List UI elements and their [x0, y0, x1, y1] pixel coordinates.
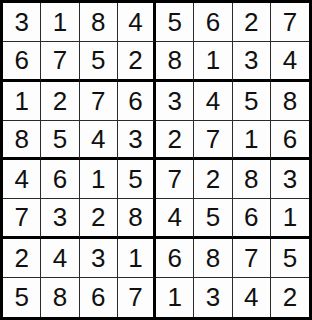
- cell-r3c1[interactable]: 1: [3, 82, 41, 121]
- cell-r5c7[interactable]: 8: [233, 160, 271, 199]
- cell-r6c1[interactable]: 7: [3, 199, 41, 238]
- cell-r5c3[interactable]: 1: [80, 160, 118, 199]
- cell-r8c8[interactable]: 2: [271, 278, 309, 317]
- cell-r7c2[interactable]: 4: [41, 239, 79, 278]
- cell-r8c6[interactable]: 3: [194, 278, 232, 317]
- cell-r1c6[interactable]: 6: [194, 3, 232, 42]
- cell-r3c7[interactable]: 5: [233, 82, 271, 121]
- cell-r7c8[interactable]: 5: [271, 239, 309, 278]
- cell-r3c6[interactable]: 4: [194, 82, 232, 121]
- cell-r7c7[interactable]: 7: [233, 239, 271, 278]
- cell-r8c1[interactable]: 5: [3, 278, 41, 317]
- cell-r4c2[interactable]: 5: [41, 121, 79, 160]
- cell-r4c3[interactable]: 4: [80, 121, 118, 160]
- cell-r3c5[interactable]: 3: [156, 82, 194, 121]
- cell-r1c2[interactable]: 1: [41, 3, 79, 42]
- cell-r2c6[interactable]: 1: [194, 42, 232, 81]
- cell-r4c4[interactable]: 3: [118, 121, 156, 160]
- cell-r3c3[interactable]: 7: [80, 82, 118, 121]
- cell-r6c7[interactable]: 6: [233, 199, 271, 238]
- cell-r4c1[interactable]: 8: [3, 121, 41, 160]
- cell-r7c1[interactable]: 2: [3, 239, 41, 278]
- cell-r5c1[interactable]: 4: [3, 160, 41, 199]
- cell-r8c4[interactable]: 7: [118, 278, 156, 317]
- cell-r7c6[interactable]: 8: [194, 239, 232, 278]
- cell-r4c5[interactable]: 2: [156, 121, 194, 160]
- cell-r1c8[interactable]: 7: [271, 3, 309, 42]
- cell-r6c3[interactable]: 2: [80, 199, 118, 238]
- cell-r4c6[interactable]: 7: [194, 121, 232, 160]
- cell-r8c3[interactable]: 6: [80, 278, 118, 317]
- cell-r2c2[interactable]: 7: [41, 42, 79, 81]
- cell-r8c2[interactable]: 8: [41, 278, 79, 317]
- cell-r5c8[interactable]: 3: [271, 160, 309, 199]
- cell-r4c7[interactable]: 1: [233, 121, 271, 160]
- cell-r4c8[interactable]: 6: [271, 121, 309, 160]
- cell-r6c6[interactable]: 5: [194, 199, 232, 238]
- cell-r1c4[interactable]: 4: [118, 3, 156, 42]
- cell-r6c2[interactable]: 3: [41, 199, 79, 238]
- cell-r5c2[interactable]: 6: [41, 160, 79, 199]
- cell-r2c4[interactable]: 2: [118, 42, 156, 81]
- cell-r2c1[interactable]: 6: [3, 42, 41, 81]
- cell-r6c5[interactable]: 4: [156, 199, 194, 238]
- cell-r8c7[interactable]: 4: [233, 278, 271, 317]
- cell-r6c8[interactable]: 1: [271, 199, 309, 238]
- cell-r2c7[interactable]: 3: [233, 42, 271, 81]
- cell-r5c6[interactable]: 2: [194, 160, 232, 199]
- cell-r1c1[interactable]: 3: [3, 3, 41, 42]
- cell-r1c7[interactable]: 2: [233, 3, 271, 42]
- cell-r3c8[interactable]: 8: [271, 82, 309, 121]
- cell-r1c5[interactable]: 5: [156, 3, 194, 42]
- cell-r7c5[interactable]: 6: [156, 239, 194, 278]
- cell-r3c4[interactable]: 6: [118, 82, 156, 121]
- cell-r1c3[interactable]: 8: [80, 3, 118, 42]
- cell-r6c4[interactable]: 8: [118, 199, 156, 238]
- sudoku-board: 3 1 8 4 5 6 2 7 6 7 5 2 8 1 3 4 1 2 7 6 …: [0, 0, 312, 320]
- cell-r5c5[interactable]: 7: [156, 160, 194, 199]
- cell-r7c3[interactable]: 3: [80, 239, 118, 278]
- cell-r5c4[interactable]: 5: [118, 160, 156, 199]
- cell-r8c5[interactable]: 1: [156, 278, 194, 317]
- cell-r3c2[interactable]: 2: [41, 82, 79, 121]
- cell-r2c3[interactable]: 5: [80, 42, 118, 81]
- cell-r2c8[interactable]: 4: [271, 42, 309, 81]
- cell-r2c5[interactable]: 8: [156, 42, 194, 81]
- cell-r7c4[interactable]: 1: [118, 239, 156, 278]
